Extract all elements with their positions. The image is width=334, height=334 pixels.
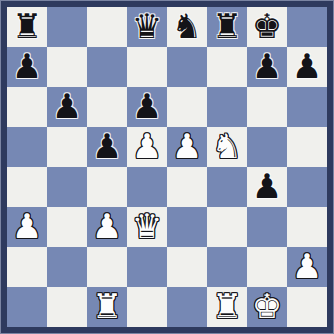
- square-f8[interactable]: ♜: [207, 7, 247, 47]
- square-h2[interactable]: ♟: [287, 247, 327, 287]
- black-queen[interactable]: ♛: [132, 6, 162, 46]
- square-e3[interactable]: [167, 207, 207, 247]
- square-h4[interactable]: [287, 167, 327, 207]
- white-pawn[interactable]: ♟: [132, 126, 162, 166]
- square-e2[interactable]: [167, 247, 207, 287]
- black-pawn[interactable]: ♟: [92, 126, 122, 166]
- white-king[interactable]: ♚: [252, 286, 282, 326]
- square-b4[interactable]: [47, 167, 87, 207]
- square-a8[interactable]: ♜: [7, 7, 47, 47]
- square-e4[interactable]: [167, 167, 207, 207]
- square-a5[interactable]: [7, 127, 47, 167]
- square-a7[interactable]: ♟: [7, 47, 47, 87]
- square-e6[interactable]: [167, 87, 207, 127]
- black-knight[interactable]: ♞: [172, 6, 202, 46]
- black-pawn[interactable]: ♟: [292, 46, 322, 86]
- square-f6[interactable]: [207, 87, 247, 127]
- black-pawn[interactable]: ♟: [252, 46, 282, 86]
- square-d3[interactable]: ♛: [127, 207, 167, 247]
- square-b7[interactable]: [47, 47, 87, 87]
- square-g6[interactable]: [247, 87, 287, 127]
- square-f7[interactable]: [207, 47, 247, 87]
- square-a4[interactable]: [7, 167, 47, 207]
- chess-board-frame: ♜♛♞♜♚♟♟♟♟♟♟♟♟♞♟♟♟♛♟♜♜♚: [0, 0, 334, 334]
- square-a6[interactable]: [7, 87, 47, 127]
- white-rook[interactable]: ♜: [212, 286, 242, 326]
- square-d1[interactable]: [127, 287, 167, 327]
- square-b3[interactable]: [47, 207, 87, 247]
- square-g7[interactable]: ♟: [247, 47, 287, 87]
- square-e1[interactable]: [167, 287, 207, 327]
- white-knight[interactable]: ♞: [212, 126, 242, 166]
- square-b2[interactable]: [47, 247, 87, 287]
- square-f2[interactable]: [207, 247, 247, 287]
- square-e7[interactable]: [167, 47, 207, 87]
- square-g1[interactable]: ♚: [247, 287, 287, 327]
- square-a1[interactable]: [7, 287, 47, 327]
- square-h1[interactable]: [287, 287, 327, 327]
- black-pawn[interactable]: ♟: [52, 86, 82, 126]
- square-e8[interactable]: ♞: [167, 7, 207, 47]
- square-c5[interactable]: ♟: [87, 127, 127, 167]
- square-g8[interactable]: ♚: [247, 7, 287, 47]
- square-c7[interactable]: [87, 47, 127, 87]
- black-pawn[interactable]: ♟: [252, 166, 282, 206]
- square-c4[interactable]: [87, 167, 127, 207]
- square-h5[interactable]: [287, 127, 327, 167]
- square-e5[interactable]: ♟: [167, 127, 207, 167]
- square-b1[interactable]: [47, 287, 87, 327]
- square-c8[interactable]: [87, 7, 127, 47]
- black-pawn[interactable]: ♟: [132, 86, 162, 126]
- square-f4[interactable]: [207, 167, 247, 207]
- square-h7[interactable]: ♟: [287, 47, 327, 87]
- white-rook[interactable]: ♜: [92, 286, 122, 326]
- square-h3[interactable]: [287, 207, 327, 247]
- square-b6[interactable]: ♟: [47, 87, 87, 127]
- white-pawn[interactable]: ♟: [12, 206, 42, 246]
- square-c1[interactable]: ♜: [87, 287, 127, 327]
- white-queen[interactable]: ♛: [132, 206, 162, 246]
- square-d5[interactable]: ♟: [127, 127, 167, 167]
- black-pawn[interactable]: ♟: [12, 46, 42, 86]
- black-rook[interactable]: ♜: [212, 6, 242, 46]
- chess-board: ♜♛♞♜♚♟♟♟♟♟♟♟♟♞♟♟♟♛♟♜♜♚: [7, 7, 327, 327]
- white-pawn[interactable]: ♟: [172, 126, 202, 166]
- square-f1[interactable]: ♜: [207, 287, 247, 327]
- square-h8[interactable]: [287, 7, 327, 47]
- square-d6[interactable]: ♟: [127, 87, 167, 127]
- square-b5[interactable]: [47, 127, 87, 167]
- square-a3[interactable]: ♟: [7, 207, 47, 247]
- square-c6[interactable]: [87, 87, 127, 127]
- black-rook[interactable]: ♜: [12, 6, 42, 46]
- square-f5[interactable]: ♞: [207, 127, 247, 167]
- square-c2[interactable]: [87, 247, 127, 287]
- square-g2[interactable]: [247, 247, 287, 287]
- square-c3[interactable]: ♟: [87, 207, 127, 247]
- square-a2[interactable]: [7, 247, 47, 287]
- square-d2[interactable]: [127, 247, 167, 287]
- square-d4[interactable]: [127, 167, 167, 207]
- square-g5[interactable]: [247, 127, 287, 167]
- square-d7[interactable]: [127, 47, 167, 87]
- white-pawn[interactable]: ♟: [92, 206, 122, 246]
- square-b8[interactable]: [47, 7, 87, 47]
- white-pawn[interactable]: ♟: [292, 246, 322, 286]
- square-g4[interactable]: ♟: [247, 167, 287, 207]
- square-g3[interactable]: [247, 207, 287, 247]
- square-f3[interactable]: [207, 207, 247, 247]
- square-h6[interactable]: [287, 87, 327, 127]
- square-d8[interactable]: ♛: [127, 7, 167, 47]
- black-king[interactable]: ♚: [252, 6, 282, 46]
